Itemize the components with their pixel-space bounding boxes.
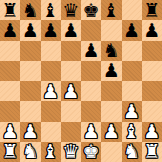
square-h1[interactable]: ♜: [142, 142, 162, 162]
square-c2[interactable]: [41, 122, 61, 142]
chess-board: ♜♞♝♛♚♝♜♟♟♟♟♟♟♟♞♟♟♟♟♟♟♟♟♝♟♜♞♝♛♚♞♜: [0, 0, 162, 162]
square-e6[interactable]: ♟: [81, 41, 101, 61]
square-h5[interactable]: [142, 61, 162, 81]
square-b5[interactable]: [20, 61, 40, 81]
white-pawn[interactable]: ♟: [83, 122, 100, 141]
square-c1[interactable]: ♝: [41, 142, 61, 162]
white-pawn[interactable]: ♟: [42, 81, 59, 100]
white-pawn[interactable]: ♟: [143, 122, 160, 141]
square-a7[interactable]: ♟: [0, 20, 20, 40]
white-pawn[interactable]: ♟: [103, 122, 120, 141]
white-queen[interactable]: ♛: [62, 142, 79, 161]
black-queen[interactable]: ♛: [62, 0, 79, 19]
square-d5[interactable]: [61, 61, 81, 81]
square-h8[interactable]: ♜: [142, 0, 162, 20]
square-g7[interactable]: ♟: [122, 20, 142, 40]
white-king[interactable]: ♚: [83, 142, 100, 161]
white-pawn[interactable]: ♟: [2, 122, 19, 141]
black-pawn[interactable]: ♟: [62, 20, 79, 39]
square-e7[interactable]: [81, 20, 101, 40]
black-pawn[interactable]: ♟: [22, 20, 39, 39]
black-rook[interactable]: ♜: [143, 0, 160, 19]
square-d8[interactable]: ♛: [61, 0, 81, 20]
white-pawn[interactable]: ♟: [62, 81, 79, 100]
white-bishop[interactable]: ♝: [123, 122, 140, 141]
square-d7[interactable]: ♟: [61, 20, 81, 40]
square-f7[interactable]: [101, 20, 121, 40]
square-a4[interactable]: [0, 81, 20, 101]
square-e8[interactable]: ♚: [81, 0, 101, 20]
square-g8[interactable]: [122, 0, 142, 20]
square-f2[interactable]: ♟: [101, 122, 121, 142]
white-pawn[interactable]: ♟: [123, 101, 140, 120]
square-a3[interactable]: [0, 101, 20, 121]
square-d4[interactable]: ♟: [61, 81, 81, 101]
square-g6[interactable]: [122, 41, 142, 61]
square-b1[interactable]: ♞: [20, 142, 40, 162]
square-a2[interactable]: ♟: [0, 122, 20, 142]
square-c8[interactable]: ♝: [41, 0, 61, 20]
square-d3[interactable]: [61, 101, 81, 121]
black-pawn[interactable]: ♟: [83, 41, 100, 60]
square-f4[interactable]: [101, 81, 121, 101]
square-b7[interactable]: ♟: [20, 20, 40, 40]
square-f1[interactable]: [101, 142, 121, 162]
square-b4[interactable]: [20, 81, 40, 101]
white-knight[interactable]: ♞: [123, 142, 140, 161]
black-pawn[interactable]: ♟: [2, 20, 19, 39]
square-b2[interactable]: ♟: [20, 122, 40, 142]
square-a1[interactable]: ♜: [0, 142, 20, 162]
square-f5[interactable]: ♟: [101, 61, 121, 81]
black-knight[interactable]: ♞: [22, 0, 39, 19]
square-b3[interactable]: [20, 101, 40, 121]
square-c4[interactable]: ♟: [41, 81, 61, 101]
black-pawn[interactable]: ♟: [143, 20, 160, 39]
square-f6[interactable]: ♞: [101, 41, 121, 61]
white-rook[interactable]: ♜: [2, 142, 19, 161]
black-bishop[interactable]: ♝: [42, 0, 59, 19]
black-pawn[interactable]: ♟: [42, 20, 59, 39]
black-knight[interactable]: ♞: [103, 41, 120, 60]
square-h3[interactable]: [142, 101, 162, 121]
square-h2[interactable]: ♟: [142, 122, 162, 142]
square-b6[interactable]: [20, 41, 40, 61]
square-d2[interactable]: [61, 122, 81, 142]
square-c3[interactable]: [41, 101, 61, 121]
square-f3[interactable]: [101, 101, 121, 121]
square-g4[interactable]: [122, 81, 142, 101]
square-e3[interactable]: [81, 101, 101, 121]
white-pawn[interactable]: ♟: [22, 122, 39, 141]
square-f8[interactable]: ♝: [101, 0, 121, 20]
square-e4[interactable]: [81, 81, 101, 101]
black-bishop[interactable]: ♝: [103, 0, 120, 19]
square-a5[interactable]: [0, 61, 20, 81]
square-e1[interactable]: ♚: [81, 142, 101, 162]
square-h7[interactable]: ♟: [142, 20, 162, 40]
square-c6[interactable]: [41, 41, 61, 61]
white-knight[interactable]: ♞: [22, 142, 39, 161]
square-g5[interactable]: [122, 61, 142, 81]
square-b8[interactable]: ♞: [20, 0, 40, 20]
square-g1[interactable]: ♞: [122, 142, 142, 162]
square-a6[interactable]: [0, 41, 20, 61]
square-d1[interactable]: ♛: [61, 142, 81, 162]
black-pawn[interactable]: ♟: [123, 20, 140, 39]
square-c5[interactable]: [41, 61, 61, 81]
square-h6[interactable]: [142, 41, 162, 61]
white-bishop[interactable]: ♝: [42, 142, 59, 161]
black-pawn[interactable]: ♟: [103, 61, 120, 80]
square-h4[interactable]: [142, 81, 162, 101]
black-king[interactable]: ♚: [83, 0, 100, 19]
square-d6[interactable]: [61, 41, 81, 61]
square-e5[interactable]: [81, 61, 101, 81]
square-g2[interactable]: ♝: [122, 122, 142, 142]
square-a8[interactable]: ♜: [0, 0, 20, 20]
white-rook[interactable]: ♜: [143, 142, 160, 161]
square-e2[interactable]: ♟: [81, 122, 101, 142]
square-g3[interactable]: ♟: [122, 101, 142, 121]
square-c7[interactable]: ♟: [41, 20, 61, 40]
black-rook[interactable]: ♜: [2, 0, 19, 19]
